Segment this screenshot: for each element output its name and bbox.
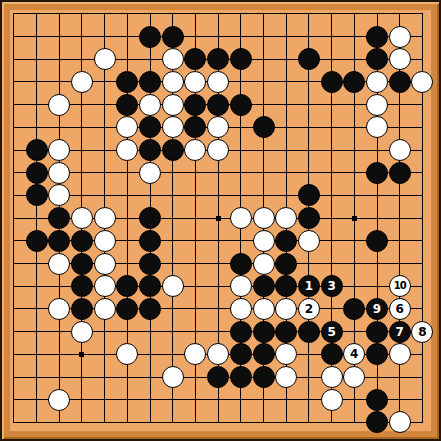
stone-black[interactable]	[275, 230, 297, 252]
stone-white[interactable]	[139, 94, 161, 116]
star-point	[352, 216, 357, 221]
stone-black[interactable]	[184, 48, 206, 70]
stone-black[interactable]	[184, 116, 206, 138]
stone-white[interactable]	[162, 366, 184, 388]
stone-black[interactable]	[26, 230, 48, 252]
stone-black[interactable]	[230, 48, 252, 70]
stone-white[interactable]	[275, 343, 297, 365]
stone-black[interactable]	[366, 162, 388, 184]
stone-black[interactable]	[253, 343, 275, 365]
stone-black[interactable]	[116, 71, 138, 93]
stone-white[interactable]	[275, 298, 297, 320]
stone-black[interactable]	[389, 71, 411, 93]
stone-white[interactable]: 4	[343, 343, 365, 365]
stone-white[interactable]	[253, 298, 275, 320]
stone-white[interactable]	[94, 48, 116, 70]
stone-black[interactable]	[298, 184, 320, 206]
stone-white[interactable]: 10	[389, 275, 411, 297]
stone-black[interactable]	[275, 275, 297, 297]
move-number-label: 7	[396, 326, 404, 338]
stone-white[interactable]	[139, 162, 161, 184]
stone-black[interactable]	[253, 275, 275, 297]
move-number-label: 9	[373, 303, 381, 315]
stone-white[interactable]	[184, 71, 206, 93]
grid-line-horizontal	[13, 399, 423, 400]
stone-white[interactable]	[94, 230, 116, 252]
stone-white[interactable]	[48, 184, 70, 206]
stone-white[interactable]: 8	[411, 321, 433, 343]
stone-white[interactable]	[116, 139, 138, 161]
stone-white[interactable]	[184, 139, 206, 161]
stone-black[interactable]	[139, 253, 161, 275]
stone-black[interactable]	[48, 207, 70, 229]
stone-white[interactable]	[48, 162, 70, 184]
stone-white[interactable]	[389, 343, 411, 365]
stone-black[interactable]	[184, 94, 206, 116]
stone-black[interactable]	[298, 48, 320, 70]
stone-black[interactable]	[366, 389, 388, 411]
stone-black[interactable]	[343, 298, 365, 320]
stone-white[interactable]	[389, 26, 411, 48]
stone-white[interactable]	[389, 139, 411, 161]
stone-white[interactable]	[94, 275, 116, 297]
stone-black[interactable]	[71, 298, 93, 320]
star-point	[79, 352, 84, 357]
stone-black[interactable]	[321, 71, 343, 93]
move-number-label: 1	[305, 280, 313, 292]
stone-black[interactable]	[366, 411, 388, 433]
go-board: 13102965784	[0, 0, 441, 441]
stone-black[interactable]	[366, 321, 388, 343]
stone-black[interactable]	[389, 162, 411, 184]
stone-white[interactable]	[207, 71, 229, 93]
stone-white[interactable]	[162, 94, 184, 116]
stone-black[interactable]	[343, 71, 365, 93]
stone-black[interactable]	[230, 321, 252, 343]
move-number-label: 6	[396, 303, 404, 315]
stone-white[interactable]	[230, 298, 252, 320]
stone-black[interactable]	[139, 230, 161, 252]
stone-white[interactable]	[321, 366, 343, 388]
stone-white[interactable]	[207, 343, 229, 365]
stone-black[interactable]	[207, 94, 229, 116]
stone-white[interactable]	[94, 253, 116, 275]
stone-black[interactable]	[139, 275, 161, 297]
stone-black[interactable]	[26, 162, 48, 184]
stone-black[interactable]	[139, 139, 161, 161]
stone-white[interactable]	[230, 207, 252, 229]
stone-black[interactable]	[275, 253, 297, 275]
stone-white[interactable]	[298, 230, 320, 252]
stone-black[interactable]	[26, 184, 48, 206]
stone-white[interactable]	[275, 207, 297, 229]
grid-line-horizontal	[13, 422, 423, 423]
stone-white[interactable]	[343, 366, 365, 388]
stone-black[interactable]	[321, 343, 343, 365]
stone-black[interactable]	[162, 26, 184, 48]
stone-white[interactable]	[389, 48, 411, 70]
stone-black[interactable]: 1	[298, 275, 320, 297]
stone-black[interactable]	[207, 48, 229, 70]
stone-black[interactable]	[139, 298, 161, 320]
stone-white[interactable]	[184, 343, 206, 365]
stone-white[interactable]	[389, 411, 411, 433]
stone-black[interactable]	[275, 321, 297, 343]
stone-black[interactable]	[253, 321, 275, 343]
stone-white[interactable]	[321, 389, 343, 411]
stone-black[interactable]	[207, 366, 229, 388]
stone-black[interactable]	[366, 230, 388, 252]
stone-black[interactable]	[366, 343, 388, 365]
go-board-field[interactable]: 13102965784	[10, 10, 431, 431]
stone-white[interactable]	[253, 253, 275, 275]
move-number-label: 4	[350, 348, 358, 360]
stone-black[interactable]	[116, 275, 138, 297]
stone-black[interactable]	[116, 94, 138, 116]
move-number-label: 8	[418, 326, 426, 338]
stone-black[interactable]	[230, 343, 252, 365]
stone-black[interactable]	[139, 71, 161, 93]
stone-white[interactable]	[162, 275, 184, 297]
stone-black[interactable]	[366, 48, 388, 70]
stone-white[interactable]	[162, 116, 184, 138]
stone-white[interactable]	[207, 116, 229, 138]
star-point	[216, 216, 221, 221]
stone-black[interactable]	[139, 207, 161, 229]
stone-white[interactable]	[48, 389, 70, 411]
move-number-label: 2	[305, 303, 313, 315]
stone-white[interactable]	[253, 207, 275, 229]
stone-white[interactable]: 6	[389, 298, 411, 320]
stone-white[interactable]	[71, 321, 93, 343]
stone-black[interactable]: 7	[389, 321, 411, 343]
stone-white[interactable]	[94, 298, 116, 320]
stone-black[interactable]	[48, 230, 70, 252]
stone-white[interactable]	[366, 71, 388, 93]
stone-black[interactable]	[26, 139, 48, 161]
stone-black[interactable]	[366, 26, 388, 48]
stone-white[interactable]	[162, 48, 184, 70]
stone-black[interactable]	[230, 94, 252, 116]
stone-black[interactable]	[139, 116, 161, 138]
stone-black[interactable]	[253, 366, 275, 388]
stone-black[interactable]	[139, 26, 161, 48]
stone-black[interactable]: 9	[366, 298, 388, 320]
stone-white[interactable]	[411, 71, 433, 93]
stone-white[interactable]	[71, 207, 93, 229]
stone-white[interactable]	[366, 94, 388, 116]
stone-white[interactable]	[48, 298, 70, 320]
stone-black[interactable]	[230, 366, 252, 388]
stone-white[interactable]	[48, 94, 70, 116]
stone-white[interactable]	[253, 230, 275, 252]
move-number-label: 5	[327, 326, 335, 338]
stone-white[interactable]	[162, 71, 184, 93]
stone-black[interactable]: 3	[321, 275, 343, 297]
stone-white[interactable]	[116, 343, 138, 365]
stone-black[interactable]	[116, 298, 138, 320]
stone-black[interactable]	[71, 275, 93, 297]
stone-white[interactable]	[116, 116, 138, 138]
stone-black[interactable]	[298, 207, 320, 229]
stone-white[interactable]	[71, 71, 93, 93]
stone-white[interactable]	[366, 116, 388, 138]
stone-white[interactable]: 2	[298, 298, 320, 320]
move-number-label: 3	[327, 280, 335, 292]
stone-black[interactable]	[230, 253, 252, 275]
stone-black[interactable]	[298, 321, 320, 343]
stone-white[interactable]	[94, 207, 116, 229]
stone-black[interactable]	[162, 139, 184, 161]
stone-white[interactable]	[230, 275, 252, 297]
stone-white[interactable]	[207, 139, 229, 161]
stone-black[interactable]: 5	[321, 321, 343, 343]
stone-white[interactable]	[275, 366, 297, 388]
move-number-label: 10	[394, 281, 406, 291]
stone-black[interactable]	[71, 253, 93, 275]
stone-black[interactable]	[253, 116, 275, 138]
stone-black[interactable]	[71, 230, 93, 252]
stone-white[interactable]	[48, 139, 70, 161]
stone-white[interactable]	[48, 253, 70, 275]
